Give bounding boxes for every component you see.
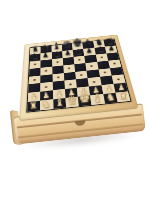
square-h7: ♟ — [105, 46, 117, 54]
piece-black-knight: ♞ — [40, 43, 52, 53]
piece-black-pawn: ♟ — [84, 47, 96, 55]
square-g1: ♞ — [103, 93, 118, 104]
square-a8: ♜ — [30, 47, 41, 55]
piece-white-king: ♚ — [77, 91, 91, 105]
square-f8: ♝ — [82, 41, 94, 49]
square-f5 — [86, 62, 99, 71]
square-d8: ♛ — [62, 44, 73, 52]
piece-white-pawn: ♟ — [27, 92, 40, 101]
square-c1: ♝ — [53, 98, 66, 109]
square-e5 — [74, 63, 86, 72]
square-b2: ♟ — [40, 91, 53, 101]
piece-black-knight: ♞ — [93, 37, 105, 47]
piece-white-pawn: ♟ — [39, 90, 52, 99]
square-f4 — [87, 69, 100, 78]
piece-black-pawn: ♟ — [105, 44, 117, 52]
chess-board: ♜♞♝♛♚♝♞♜♟♟♟♟♟♟♟♟♟♟♟♟♟♟♟♟♜♞♝♛♚♝♞♜ — [26, 39, 131, 113]
square-a6 — [29, 60, 40, 68]
square-d7: ♟ — [62, 50, 73, 58]
square-g8: ♞ — [93, 40, 105, 48]
square-b5 — [41, 66, 53, 75]
piece-black-bishop: ♝ — [82, 38, 94, 48]
square-c5 — [52, 65, 64, 74]
piece-black-bishop: ♝ — [50, 42, 62, 52]
square-b6 — [41, 59, 52, 67]
square-d4 — [64, 72, 76, 81]
chess-set-photo: ♜♞♝♛♚♝♞♜♟♟♟♟♟♟♟♟♟♟♟♟♟♟♟♟♜♞♝♛♚♝♞♜ — [7, 39, 147, 156]
square-d1: ♛ — [65, 97, 79, 108]
piece-black-pawn: ♟ — [51, 50, 63, 58]
square-a4 — [29, 75, 41, 84]
piece-white-pawn: ♟ — [114, 83, 127, 92]
square-c3 — [52, 81, 64, 91]
square-b3 — [40, 82, 52, 92]
square-e4 — [75, 70, 88, 79]
square-e1: ♚ — [78, 96, 92, 107]
square-f3 — [88, 77, 101, 87]
square-a3 — [28, 83, 40, 93]
piece-black-pawn: ♟ — [94, 46, 106, 54]
square-e8: ♚ — [72, 42, 83, 50]
square-c7: ♟ — [51, 51, 62, 59]
square-h3 — [111, 75, 125, 85]
square-e7: ♟ — [73, 49, 85, 57]
square-f2: ♟ — [89, 85, 103, 95]
piece-white-bishop: ♝ — [52, 96, 66, 108]
square-d6 — [63, 57, 75, 65]
square-f7: ♟ — [83, 48, 95, 56]
square-h2: ♟ — [113, 83, 128, 93]
square-h6 — [106, 52, 119, 60]
piece-white-rook: ♜ — [116, 91, 130, 102]
piece-white-pawn: ♟ — [64, 88, 77, 97]
square-g2: ♟ — [101, 84, 115, 94]
square-b8: ♞ — [41, 46, 52, 54]
square-c4 — [52, 73, 64, 82]
square-d2: ♟ — [65, 88, 78, 98]
square-f1: ♝ — [90, 94, 104, 105]
piece-white-knight: ♞ — [39, 98, 53, 110]
square-h8: ♜ — [103, 39, 115, 47]
board-wooden-frame: ♜♞♝♛♚♝♞♜♟♟♟♟♟♟♟♟♟♟♟♟♟♟♟♟♜♞♝♛♚♝♞♜ — [19, 35, 138, 121]
square-b4 — [40, 74, 52, 83]
piece-black-rook: ♜ — [104, 37, 115, 46]
square-a2: ♟ — [28, 92, 41, 102]
square-e3 — [76, 78, 89, 88]
piece-white-pawn: ♟ — [77, 86, 90, 95]
drawer-finger-notch — [74, 120, 85, 126]
square-g6 — [95, 53, 108, 61]
piece-white-pawn: ♟ — [52, 89, 65, 98]
piece-white-rook: ♜ — [26, 100, 40, 111]
square-d5 — [63, 64, 75, 73]
square-g5 — [97, 61, 110, 70]
piece-white-pawn: ♟ — [102, 84, 115, 93]
square-h1: ♜ — [115, 92, 130, 103]
square-f6 — [84, 55, 96, 63]
square-h5 — [108, 59, 121, 68]
square-e2: ♟ — [77, 87, 90, 97]
piece-black-pawn: ♟ — [62, 49, 74, 57]
square-d3 — [64, 80, 77, 90]
square-g7: ♟ — [94, 47, 106, 55]
piece-black-pawn: ♟ — [29, 52, 41, 60]
board-perspective-wrap: ♜♞♝♛♚♝♞♜♟♟♟♟♟♟♟♟♟♟♟♟♟♟♟♟♜♞♝♛♚♝♞♜ — [7, 0, 138, 120]
piece-white-bishop: ♝ — [90, 92, 104, 104]
piece-white-queen: ♛ — [65, 94, 79, 107]
piece-black-king: ♚ — [72, 37, 84, 49]
square-a5 — [29, 68, 41, 77]
square-c2: ♟ — [53, 89, 66, 99]
square-b1: ♞ — [40, 99, 53, 110]
piece-white-pawn: ♟ — [89, 85, 102, 94]
square-h4 — [110, 67, 124, 76]
piece-black-pawn: ♟ — [73, 48, 85, 56]
square-a7: ♟ — [30, 53, 41, 61]
square-g3 — [100, 76, 114, 86]
piece-black-queen: ♛ — [61, 40, 73, 51]
square-e6 — [74, 56, 86, 64]
square-g4 — [98, 68, 111, 77]
square-a1: ♜ — [27, 101, 40, 112]
square-c8: ♝ — [51, 45, 62, 53]
piece-white-knight: ♞ — [103, 91, 117, 103]
piece-black-pawn: ♟ — [40, 51, 52, 59]
piece-black-rook: ♜ — [29, 45, 40, 54]
square-c6 — [52, 58, 63, 66]
square-b7: ♟ — [41, 52, 52, 60]
